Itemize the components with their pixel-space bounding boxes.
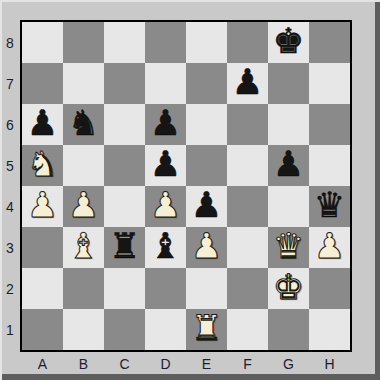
square-b8[interactable] xyxy=(63,22,104,63)
piece-white-knight-a5[interactable]: ♞ xyxy=(27,147,58,182)
square-e2[interactable] xyxy=(186,268,227,309)
piece-white-king-g2[interactable]: ♚ xyxy=(273,270,304,305)
square-c3[interactable]: ♜ xyxy=(104,227,145,268)
piece-white-bishop-b3[interactable]: ♝ xyxy=(68,229,99,264)
square-g7[interactable] xyxy=(268,63,309,104)
piece-black-pawn-f7[interactable]: ♟ xyxy=(232,65,263,100)
file-labels: ABCDEFGH xyxy=(22,352,350,375)
square-e3[interactable]: ♟ xyxy=(186,227,227,268)
square-f2[interactable] xyxy=(227,268,268,309)
square-h4[interactable]: ♛ xyxy=(309,186,350,227)
square-d5[interactable]: ♟ xyxy=(145,145,186,186)
rank-label-3: 3 xyxy=(0,227,20,268)
square-b3[interactable]: ♝ xyxy=(63,227,104,268)
piece-black-pawn-g5[interactable]: ♟ xyxy=(273,147,304,182)
square-e8[interactable] xyxy=(186,22,227,63)
square-a6[interactable]: ♟ xyxy=(22,104,63,145)
square-f7[interactable]: ♟ xyxy=(227,63,268,104)
square-f6[interactable] xyxy=(227,104,268,145)
square-d3[interactable]: ♝ xyxy=(145,227,186,268)
square-b6[interactable]: ♞ xyxy=(63,104,104,145)
square-e1[interactable]: ♜ xyxy=(186,309,227,350)
square-f1[interactable] xyxy=(227,309,268,350)
file-label-b: B xyxy=(63,352,104,375)
square-b1[interactable] xyxy=(63,309,104,350)
piece-black-pawn-d6[interactable]: ♟ xyxy=(150,106,181,141)
square-d2[interactable] xyxy=(145,268,186,309)
square-b7[interactable] xyxy=(63,63,104,104)
square-d6[interactable]: ♟ xyxy=(145,104,186,145)
square-c5[interactable] xyxy=(104,145,145,186)
piece-black-bishop-d3[interactable]: ♝ xyxy=(150,229,181,264)
rank-label-7: 7 xyxy=(0,63,20,104)
piece-white-pawn-d4[interactable]: ♟ xyxy=(150,188,181,223)
square-e4[interactable]: ♟ xyxy=(186,186,227,227)
chess-board-frame: 87654321 ♚♟♟♞♟♞♟♟♟♟♟♟♛♝♜♝♟♛♟♚♜ ABCDEFGH xyxy=(0,0,380,380)
square-c2[interactable] xyxy=(104,268,145,309)
square-a1[interactable] xyxy=(22,309,63,350)
piece-black-pawn-e4[interactable]: ♟ xyxy=(191,188,222,223)
square-c6[interactable] xyxy=(104,104,145,145)
square-h8[interactable] xyxy=(309,22,350,63)
square-d8[interactable] xyxy=(145,22,186,63)
square-g8[interactable]: ♚ xyxy=(268,22,309,63)
square-h7[interactable] xyxy=(309,63,350,104)
file-label-c: C xyxy=(104,352,145,375)
rank-label-2: 2 xyxy=(0,268,20,309)
square-a4[interactable]: ♟ xyxy=(22,186,63,227)
square-d1[interactable] xyxy=(145,309,186,350)
file-label-a: A xyxy=(22,352,63,375)
square-f3[interactable] xyxy=(227,227,268,268)
square-h3[interactable]: ♟ xyxy=(309,227,350,268)
square-f5[interactable] xyxy=(227,145,268,186)
rank-label-1: 1 xyxy=(0,309,20,350)
square-f4[interactable] xyxy=(227,186,268,227)
square-c8[interactable] xyxy=(104,22,145,63)
square-a5[interactable]: ♞ xyxy=(22,145,63,186)
piece-white-pawn-a4[interactable]: ♟ xyxy=(27,188,58,223)
rank-labels: 87654321 xyxy=(0,22,20,350)
file-label-f: F xyxy=(227,352,268,375)
square-a7[interactable] xyxy=(22,63,63,104)
rank-label-6: 6 xyxy=(0,104,20,145)
piece-black-queen-h4[interactable]: ♛ xyxy=(314,188,345,223)
square-g4[interactable] xyxy=(268,186,309,227)
square-a2[interactable] xyxy=(22,268,63,309)
square-b2[interactable] xyxy=(63,268,104,309)
square-e5[interactable] xyxy=(186,145,227,186)
square-g3[interactable]: ♛ xyxy=(268,227,309,268)
square-c7[interactable] xyxy=(104,63,145,104)
square-a3[interactable] xyxy=(22,227,63,268)
square-c4[interactable] xyxy=(104,186,145,227)
file-label-d: D xyxy=(145,352,186,375)
file-label-h: H xyxy=(309,352,350,375)
piece-white-rook-e1[interactable]: ♜ xyxy=(191,311,222,346)
file-label-g: G xyxy=(268,352,309,375)
square-b4[interactable]: ♟ xyxy=(63,186,104,227)
square-g6[interactable] xyxy=(268,104,309,145)
square-c1[interactable] xyxy=(104,309,145,350)
chess-board[interactable]: ♚♟♟♞♟♞♟♟♟♟♟♟♛♝♜♝♟♛♟♚♜ xyxy=(20,20,352,352)
square-h6[interactable] xyxy=(309,104,350,145)
square-e6[interactable] xyxy=(186,104,227,145)
square-h1[interactable] xyxy=(309,309,350,350)
piece-black-rook-c3[interactable]: ♜ xyxy=(109,229,140,264)
square-h5[interactable] xyxy=(309,145,350,186)
file-label-e: E xyxy=(186,352,227,375)
piece-black-pawn-d5[interactable]: ♟ xyxy=(150,147,181,182)
piece-white-pawn-b4[interactable]: ♟ xyxy=(68,188,99,223)
piece-black-pawn-a6[interactable]: ♟ xyxy=(27,106,58,141)
square-g1[interactable] xyxy=(268,309,309,350)
square-b5[interactable] xyxy=(63,145,104,186)
piece-black-knight-b6[interactable]: ♞ xyxy=(68,106,99,141)
square-h2[interactable] xyxy=(309,268,350,309)
square-f8[interactable] xyxy=(227,22,268,63)
piece-white-pawn-h3[interactable]: ♟ xyxy=(314,229,345,264)
square-g2[interactable]: ♚ xyxy=(268,268,309,309)
rank-label-5: 5 xyxy=(0,145,20,186)
piece-black-king-g8[interactable]: ♚ xyxy=(273,24,304,59)
piece-white-pawn-e3[interactable]: ♟ xyxy=(191,229,222,264)
piece-white-queen-g3[interactable]: ♛ xyxy=(273,229,304,264)
square-e7[interactable] xyxy=(186,63,227,104)
square-d7[interactable] xyxy=(145,63,186,104)
rank-label-4: 4 xyxy=(0,186,20,227)
square-a8[interactable] xyxy=(22,22,63,63)
rank-label-8: 8 xyxy=(0,22,20,63)
square-d4[interactable]: ♟ xyxy=(145,186,186,227)
square-g5[interactable]: ♟ xyxy=(268,145,309,186)
